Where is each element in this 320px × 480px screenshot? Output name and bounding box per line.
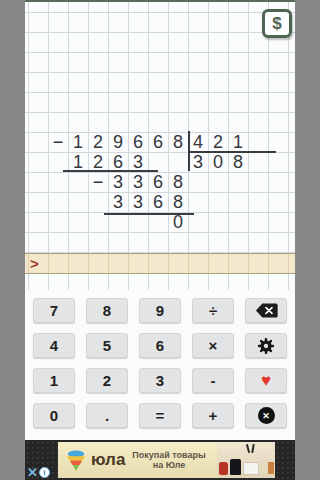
- division-cell-r3c5: 3: [128, 192, 148, 212]
- ad-product-brush: [251, 444, 255, 453]
- key-dot[interactable]: .: [86, 403, 128, 428]
- yula-logo-icon: [65, 448, 87, 472]
- key-9[interactable]: 9: [139, 298, 181, 323]
- key-multiply[interactable]: ×: [192, 333, 234, 358]
- division-cell-r1c4: 6: [108, 152, 128, 172]
- ad-tagline: Покупай товары на Юле: [132, 450, 205, 470]
- ad-tagline-line1: Покупай товары: [132, 450, 205, 460]
- keypad: 789÷456×123-♥0.=+✕: [25, 290, 295, 440]
- key-5[interactable]: 5: [86, 333, 128, 358]
- key-minus[interactable]: -: [192, 368, 234, 393]
- division-cell-r3c6: 6: [148, 192, 168, 212]
- division-cell-r2c6: 6: [148, 172, 168, 192]
- division-cell-r0c2: 1: [68, 132, 88, 152]
- division-cell-r1c10: 8: [228, 152, 248, 172]
- ad-product-box: [268, 462, 274, 474]
- donate-button[interactable]: $: [262, 9, 292, 38]
- key-divide[interactable]: ÷: [192, 298, 234, 323]
- key-3[interactable]: 3: [139, 368, 181, 393]
- division-cell-r2c4: 3: [108, 172, 128, 192]
- ad-product-photo: [217, 442, 275, 478]
- division-cell-r2c5: 3: [128, 172, 148, 192]
- ad-creative[interactable]: юла Покупай товары на Юле: [58, 442, 275, 478]
- ad-tagline-line2: на Юле: [132, 460, 205, 470]
- ad-choices: ✕ i: [27, 466, 50, 479]
- division-cell-r0c9: 2: [208, 132, 228, 152]
- ad-brand: юла: [91, 450, 125, 470]
- division-cell-r1c8: 3: [188, 152, 208, 172]
- key-settings[interactable]: [245, 333, 287, 358]
- division-cell-r0c7: 8: [168, 132, 188, 152]
- division-cell-r0c3: 2: [88, 132, 108, 152]
- gear-icon: [257, 337, 275, 355]
- prompt-caret: >: [30, 254, 39, 273]
- division-cell-r0c5: 6: [128, 132, 148, 152]
- division-cell-r2c7: 8: [168, 172, 188, 192]
- division-cell-r3c7: 8: [168, 192, 188, 212]
- division-cell-r4c7: 0: [168, 212, 188, 232]
- key-7[interactable]: 7: [33, 298, 75, 323]
- division-cell-r0c4: 9: [108, 132, 128, 152]
- key-4[interactable]: 4: [33, 333, 75, 358]
- worksheet-paper: $ −1296684211263308−336833680 >: [25, 0, 295, 290]
- division-cell-r1c2: 1: [68, 152, 88, 172]
- division-cell-r0c6: 6: [148, 132, 168, 152]
- key-plus[interactable]: +: [192, 403, 234, 428]
- division-cell-r0c8: 4: [188, 132, 208, 152]
- ad-product-brush: [246, 444, 250, 453]
- key-2[interactable]: 2: [86, 368, 128, 393]
- heart-icon: ♥: [261, 372, 271, 389]
- division-cell-r1c3: 2: [88, 152, 108, 172]
- ad-product-mixer: [230, 459, 241, 475]
- ad-info-icon[interactable]: i: [39, 467, 50, 478]
- ad-banner[interactable]: юла Покупай товары на Юле ✕ i: [25, 440, 295, 480]
- key-0[interactable]: 0: [33, 403, 75, 428]
- key-6[interactable]: 6: [139, 333, 181, 358]
- key-equals[interactable]: =: [139, 403, 181, 428]
- division-cell-r1c9: 0: [208, 152, 228, 172]
- ad-product-kettle: [219, 462, 228, 475]
- ad-close-icon[interactable]: ✕: [27, 466, 38, 479]
- key-backspace[interactable]: [245, 298, 287, 323]
- app-screen: $ −1296684211263308−336833680 > 789÷456×…: [25, 0, 295, 480]
- close-icon: ✕: [258, 407, 275, 424]
- dollar-icon: $: [272, 14, 281, 34]
- ad-product-microwave: [243, 462, 259, 475]
- division-cell-r2c3: −: [88, 172, 108, 192]
- division-cell-r1c5: 3: [128, 152, 148, 172]
- division-cell-r0c1: −: [48, 132, 68, 152]
- key-clear[interactable]: ✕: [245, 403, 287, 428]
- backspace-icon: [255, 303, 278, 318]
- input-prompt-row[interactable]: >: [25, 253, 295, 274]
- division-cell-r0c10: 1: [228, 132, 248, 152]
- division-cell-r3c4: 3: [108, 192, 128, 212]
- key-8[interactable]: 8: [86, 298, 128, 323]
- key-1[interactable]: 1: [33, 368, 75, 393]
- key-favorite[interactable]: ♥: [245, 368, 287, 393]
